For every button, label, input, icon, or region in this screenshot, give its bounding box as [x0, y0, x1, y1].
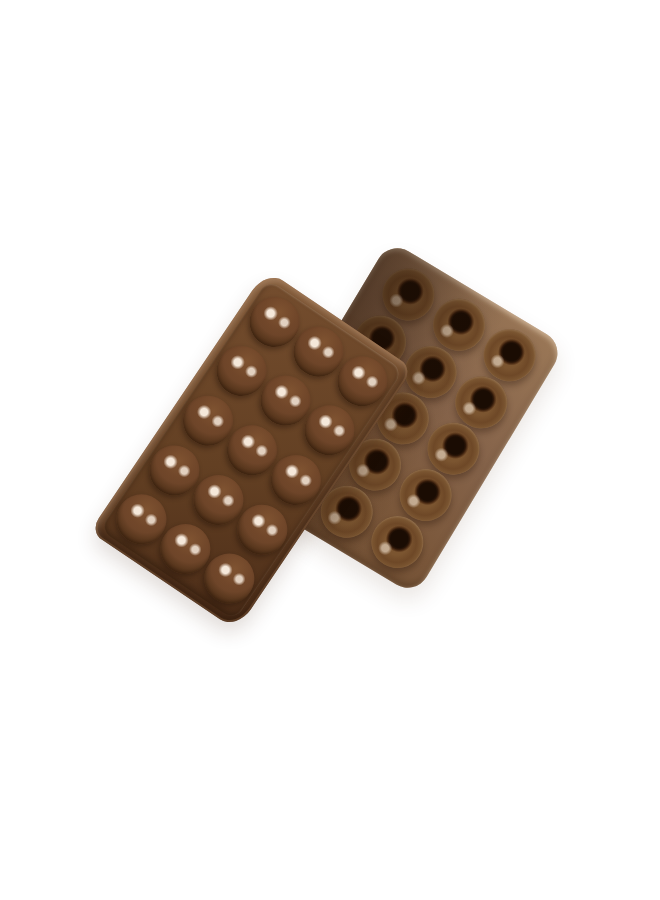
product-photo-stage [0, 0, 660, 900]
front-mold-dome-grid [102, 282, 400, 618]
